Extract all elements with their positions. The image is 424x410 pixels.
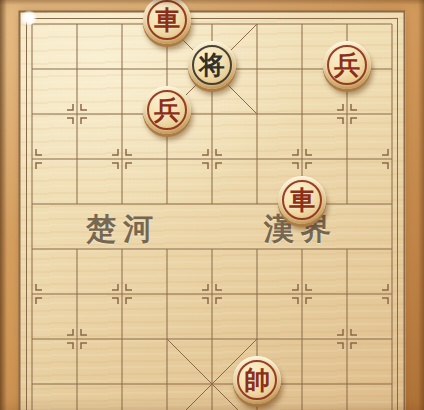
piece-character: 車 bbox=[143, 0, 191, 44]
xiangqi-app-window: 楚河 漢界 車将兵兵車帥 bbox=[0, 0, 424, 410]
piece-character: 将 bbox=[188, 41, 236, 89]
piece-character: 兵 bbox=[323, 41, 371, 89]
piece-red-general[interactable]: 帥 bbox=[233, 356, 281, 404]
piece-red-soldier[interactable]: 兵 bbox=[323, 41, 371, 89]
piece-red-chariot[interactable]: 車 bbox=[278, 176, 326, 224]
piece-character: 車 bbox=[278, 176, 326, 224]
piece-character: 帥 bbox=[233, 356, 281, 404]
river-label-chu-he: 楚河 bbox=[86, 209, 160, 250]
piece-red-soldier[interactable]: 兵 bbox=[143, 86, 191, 134]
piece-red-chariot[interactable]: 車 bbox=[143, 0, 191, 44]
piece-black-general[interactable]: 将 bbox=[188, 41, 236, 89]
piece-character: 兵 bbox=[143, 86, 191, 134]
corner-pin-dot bbox=[21, 10, 37, 26]
